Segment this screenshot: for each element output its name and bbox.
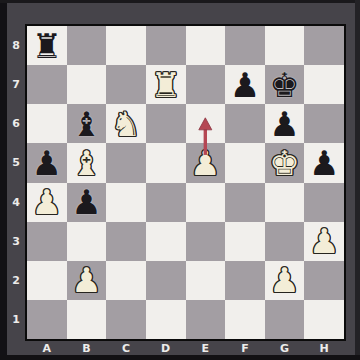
piece-white-p-g2[interactable]: ♟: [265, 261, 305, 300]
frame-edge-bottom: [0, 355, 360, 360]
chess-board-window: 87654321 ♜♜♟♚♝♞♟♟♝♟♚♟♟♟♟♟♟ ABCDEFGH: [0, 0, 360, 360]
square-h2[interactable]: [304, 261, 344, 300]
square-e7[interactable]: [186, 65, 226, 104]
file-label-D: D: [146, 341, 186, 355]
rank-label-1: 1: [7, 300, 25, 339]
square-c7[interactable]: [106, 65, 146, 104]
square-d5[interactable]: [146, 143, 186, 182]
square-b1[interactable]: [67, 300, 107, 339]
square-d3[interactable]: [146, 222, 186, 261]
square-d6[interactable]: [146, 104, 186, 143]
piece-white-p-b2[interactable]: ♟: [67, 261, 107, 300]
rank-label-3: 3: [7, 222, 25, 261]
square-h3[interactable]: ♟: [304, 222, 344, 261]
piece-black-p-b4[interactable]: ♟: [67, 183, 107, 222]
square-h8[interactable]: [304, 26, 344, 65]
piece-white-r-d7[interactable]: ♜: [146, 65, 186, 104]
piece-white-k-g5[interactable]: ♚: [265, 143, 305, 182]
square-b2[interactable]: ♟: [67, 261, 107, 300]
square-c2[interactable]: [106, 261, 146, 300]
square-g7[interactable]: ♚: [265, 65, 305, 104]
file-label-H: H: [304, 341, 344, 355]
square-b3[interactable]: [67, 222, 107, 261]
rank-label-5: 5: [7, 143, 25, 182]
square-d2[interactable]: [146, 261, 186, 300]
square-f4[interactable]: [225, 183, 265, 222]
square-a4[interactable]: ♟: [27, 183, 67, 222]
square-g1[interactable]: [265, 300, 305, 339]
frame-edge-left: [0, 0, 7, 360]
square-b6[interactable]: ♝: [67, 104, 107, 143]
rank-label-2: 2: [7, 261, 25, 300]
square-c3[interactable]: [106, 222, 146, 261]
file-label-F: F: [225, 341, 265, 355]
square-b5[interactable]: ♝: [67, 143, 107, 182]
square-c1[interactable]: [106, 300, 146, 339]
rank-label-8: 8: [7, 26, 25, 65]
square-d8[interactable]: [146, 26, 186, 65]
piece-black-p-g6[interactable]: ♟: [265, 104, 305, 143]
square-e6[interactable]: [186, 104, 226, 143]
square-h5[interactable]: ♟: [304, 143, 344, 182]
square-a7[interactable]: [27, 65, 67, 104]
square-a2[interactable]: [27, 261, 67, 300]
square-h7[interactable]: [304, 65, 344, 104]
piece-black-p-h5[interactable]: ♟: [304, 143, 344, 182]
file-label-E: E: [186, 341, 226, 355]
file-labels: ABCDEFGH: [27, 341, 344, 355]
square-e4[interactable]: [186, 183, 226, 222]
piece-white-n-c6[interactable]: ♞: [106, 104, 146, 143]
square-f1[interactable]: [225, 300, 265, 339]
square-g6[interactable]: ♟: [265, 104, 305, 143]
square-e5[interactable]: ♟: [186, 143, 226, 182]
piece-white-p-h3[interactable]: ♟: [304, 222, 344, 261]
chess-board: ♜♜♟♚♝♞♟♟♝♟♚♟♟♟♟♟♟: [27, 26, 344, 339]
rank-label-6: 6: [7, 104, 25, 143]
square-a3[interactable]: [27, 222, 67, 261]
square-e8[interactable]: [186, 26, 226, 65]
piece-black-p-a5[interactable]: ♟: [27, 143, 67, 182]
square-h1[interactable]: [304, 300, 344, 339]
rank-labels: 87654321: [7, 26, 25, 339]
square-g4[interactable]: [265, 183, 305, 222]
square-c6[interactable]: ♞: [106, 104, 146, 143]
file-label-B: B: [67, 341, 107, 355]
square-g5[interactable]: ♚: [265, 143, 305, 182]
file-label-A: A: [27, 341, 67, 355]
file-label-C: C: [106, 341, 146, 355]
piece-black-b-b6[interactable]: ♝: [67, 104, 107, 143]
piece-white-p-e5[interactable]: ♟: [186, 143, 226, 182]
square-e3[interactable]: [186, 222, 226, 261]
square-b8[interactable]: [67, 26, 107, 65]
frame-edge-top: [0, 0, 360, 3]
square-e2[interactable]: [186, 261, 226, 300]
square-f3[interactable]: [225, 222, 265, 261]
rank-label-7: 7: [7, 65, 25, 104]
square-g2[interactable]: ♟: [265, 261, 305, 300]
square-d4[interactable]: [146, 183, 186, 222]
square-e1[interactable]: [186, 300, 226, 339]
piece-black-r-a8[interactable]: ♜: [27, 26, 67, 65]
square-f2[interactable]: [225, 261, 265, 300]
square-c8[interactable]: [106, 26, 146, 65]
piece-white-p-a4[interactable]: ♟: [27, 183, 67, 222]
square-b4[interactable]: ♟: [67, 183, 107, 222]
square-a8[interactable]: ♜: [27, 26, 67, 65]
file-label-G: G: [265, 341, 305, 355]
board-frame: ♜♜♟♚♝♞♟♟♝♟♚♟♟♟♟♟♟: [25, 24, 346, 341]
rank-label-4: 4: [7, 183, 25, 222]
square-g8[interactable]: [265, 26, 305, 65]
square-a6[interactable]: [27, 104, 67, 143]
square-f5[interactable]: [225, 143, 265, 182]
square-a1[interactable]: [27, 300, 67, 339]
piece-white-b-b5[interactable]: ♝: [67, 143, 107, 182]
piece-black-k-g7[interactable]: ♚: [265, 65, 305, 104]
square-b7[interactable]: [67, 65, 107, 104]
square-c5[interactable]: [106, 143, 146, 182]
frame-edge-right: [355, 0, 360, 360]
square-d1[interactable]: [146, 300, 186, 339]
square-d7[interactable]: ♜: [146, 65, 186, 104]
square-g3[interactable]: [265, 222, 305, 261]
piece-black-p-f7[interactable]: ♟: [225, 65, 265, 104]
square-a5[interactable]: ♟: [27, 143, 67, 182]
square-f6[interactable]: [225, 104, 265, 143]
square-f7[interactable]: ♟: [225, 65, 265, 104]
square-c4[interactable]: [106, 183, 146, 222]
square-f8[interactable]: [225, 26, 265, 65]
square-h6[interactable]: [304, 104, 344, 143]
square-h4[interactable]: [304, 183, 344, 222]
